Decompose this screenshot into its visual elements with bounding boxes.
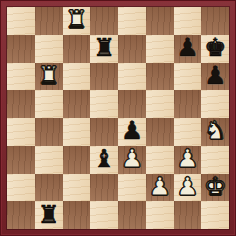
- square-f8[interactable]: [146, 7, 174, 35]
- square-c5[interactable]: [63, 90, 91, 118]
- square-h1[interactable]: [201, 201, 229, 229]
- square-d7[interactable]: ♜: [90, 35, 118, 63]
- square-d5[interactable]: [90, 90, 118, 118]
- square-b6[interactable]: ♜: [35, 63, 63, 91]
- square-f5[interactable]: [146, 90, 174, 118]
- square-h6[interactable]: ♟: [201, 63, 229, 91]
- piece-black-pawn: ♟: [176, 35, 198, 60]
- square-d4[interactable]: [90, 118, 118, 146]
- piece-black-king: ♚: [204, 35, 226, 60]
- square-d6[interactable]: [90, 63, 118, 91]
- square-f2[interactable]: ♟: [146, 174, 174, 202]
- square-f4[interactable]: [146, 118, 174, 146]
- square-h2[interactable]: ♚: [201, 174, 229, 202]
- square-b1[interactable]: ♜: [35, 201, 63, 229]
- square-f6[interactable]: [146, 63, 174, 91]
- square-c1[interactable]: [63, 201, 91, 229]
- square-a1[interactable]: [7, 201, 35, 229]
- square-e7[interactable]: [118, 35, 146, 63]
- square-h3[interactable]: [201, 146, 229, 174]
- square-a8[interactable]: [7, 7, 35, 35]
- square-c2[interactable]: [63, 174, 91, 202]
- square-b2[interactable]: [35, 174, 63, 202]
- square-e4[interactable]: ♟: [118, 118, 146, 146]
- square-a2[interactable]: [7, 174, 35, 202]
- piece-white-king: ♚: [204, 174, 226, 199]
- piece-black-pawn: ♟: [204, 63, 226, 88]
- piece-white-knight: ♞: [204, 118, 226, 143]
- square-d1[interactable]: [90, 201, 118, 229]
- square-d2[interactable]: [90, 174, 118, 202]
- square-h7[interactable]: ♚: [201, 35, 229, 63]
- square-g8[interactable]: [174, 7, 202, 35]
- square-a4[interactable]: [7, 118, 35, 146]
- board-frame: ♜♜♟♚♜♟♟♞♝♟♟♟♟♚♜: [0, 0, 236, 236]
- square-h8[interactable]: [201, 7, 229, 35]
- square-e3[interactable]: ♟: [118, 146, 146, 174]
- piece-black-bishop: ♝: [93, 146, 115, 171]
- square-e6[interactable]: [118, 63, 146, 91]
- square-g7[interactable]: ♟: [174, 35, 202, 63]
- square-g3[interactable]: ♟: [174, 146, 202, 174]
- square-e2[interactable]: [118, 174, 146, 202]
- square-g2[interactable]: ♟: [174, 174, 202, 202]
- piece-white-pawn: ♟: [148, 174, 170, 199]
- square-g5[interactable]: [174, 90, 202, 118]
- square-b8[interactable]: [35, 7, 63, 35]
- square-g6[interactable]: [174, 63, 202, 91]
- square-a3[interactable]: [7, 146, 35, 174]
- square-b7[interactable]: [35, 35, 63, 63]
- chess-board: ♜♜♟♚♜♟♟♞♝♟♟♟♟♚♜: [7, 7, 229, 229]
- piece-black-rook: ♜: [93, 35, 115, 60]
- square-c4[interactable]: [63, 118, 91, 146]
- square-c8[interactable]: ♜: [63, 7, 91, 35]
- square-b3[interactable]: [35, 146, 63, 174]
- square-b4[interactable]: [35, 118, 63, 146]
- square-c7[interactable]: [63, 35, 91, 63]
- square-a5[interactable]: [7, 90, 35, 118]
- square-a7[interactable]: [7, 35, 35, 63]
- piece-white-pawn: ♟: [176, 146, 198, 171]
- square-f1[interactable]: [146, 201, 174, 229]
- square-e8[interactable]: [118, 7, 146, 35]
- piece-white-pawn: ♟: [121, 146, 143, 171]
- square-g4[interactable]: [174, 118, 202, 146]
- square-c3[interactable]: [63, 146, 91, 174]
- square-f7[interactable]: [146, 35, 174, 63]
- square-e5[interactable]: [118, 90, 146, 118]
- square-b5[interactable]: [35, 90, 63, 118]
- square-h4[interactable]: ♞: [201, 118, 229, 146]
- piece-white-rook: ♜: [37, 63, 59, 88]
- square-e1[interactable]: [118, 201, 146, 229]
- piece-white-pawn: ♟: [176, 174, 198, 199]
- square-d8[interactable]: [90, 7, 118, 35]
- square-h5[interactable]: [201, 90, 229, 118]
- square-c6[interactable]: [63, 63, 91, 91]
- square-d3[interactable]: ♝: [90, 146, 118, 174]
- square-g1[interactable]: [174, 201, 202, 229]
- piece-white-rook: ♜: [65, 7, 87, 32]
- square-f3[interactable]: [146, 146, 174, 174]
- square-a6[interactable]: [7, 63, 35, 91]
- piece-black-pawn: ♟: [121, 118, 143, 143]
- piece-black-rook: ♜: [37, 202, 59, 227]
